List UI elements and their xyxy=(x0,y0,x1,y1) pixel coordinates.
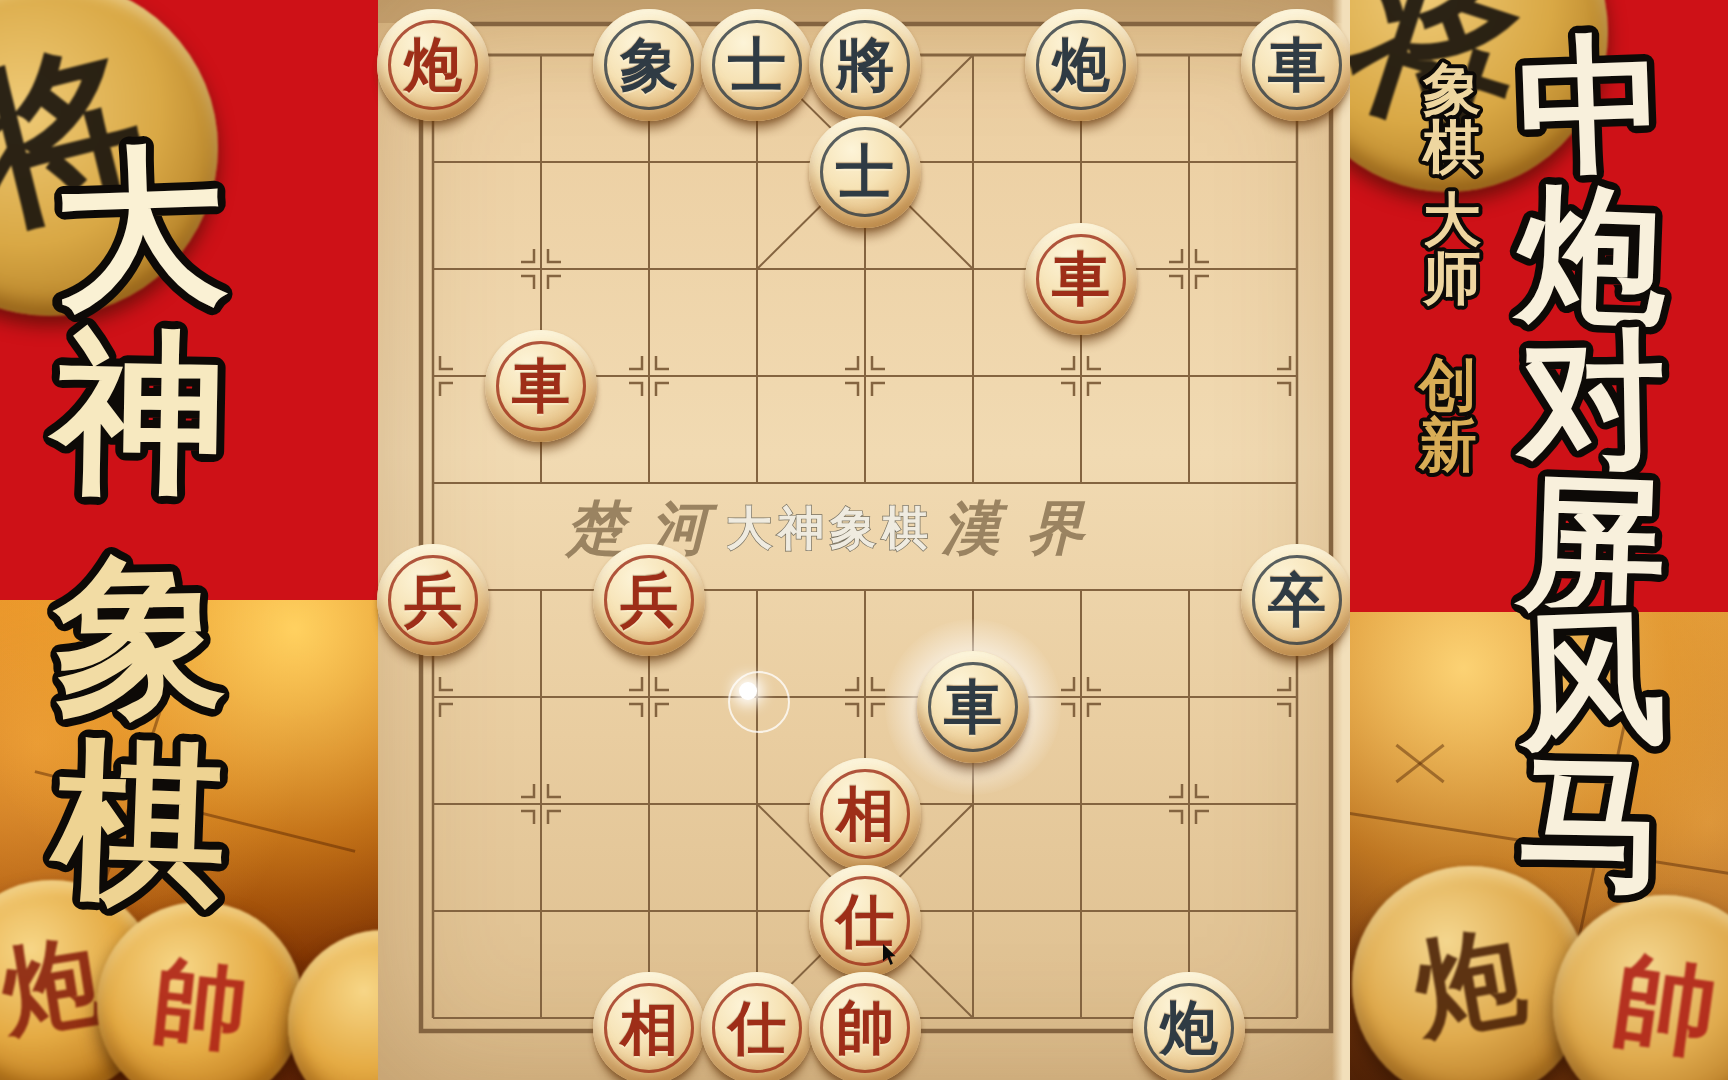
right-banner: 将 炮 帥 中炮对屏风马象棋大师创新 xyxy=(1350,0,1728,1080)
piece-red-g2[interactable]: 車 xyxy=(1025,223,1137,335)
piece-red-e8[interactable]: 仕 xyxy=(809,865,921,977)
svg-text:棋: 棋 xyxy=(1421,113,1481,181)
piece-black-e0[interactable]: 將 xyxy=(809,9,921,121)
svg-text:新: 新 xyxy=(1418,411,1477,479)
svg-text:创: 创 xyxy=(1417,351,1477,419)
piece-red-d9[interactable]: 仕 xyxy=(701,972,813,1080)
piece-red-a0[interactable]: 炮 xyxy=(377,9,489,121)
svg-text:大: 大 xyxy=(50,123,229,332)
piece-black-i5[interactable]: 卒 xyxy=(1241,544,1353,656)
river-text-right: 漢界 xyxy=(941,494,1110,562)
right-title: 中炮对屏风马象棋大师创新 xyxy=(1350,0,1728,1080)
piece-black-e1[interactable]: 士 xyxy=(809,116,921,228)
svg-text:马: 马 xyxy=(1516,735,1667,912)
piece-black-d0[interactable]: 士 xyxy=(701,9,813,121)
piece-red-c5[interactable]: 兵 xyxy=(593,544,705,656)
left-banner: 将 炮 帥 大神象棋 xyxy=(0,0,378,1080)
move-highlight-dot xyxy=(728,671,790,733)
left-title: 大神象棋 xyxy=(0,0,378,1080)
piece-red-b3[interactable]: 車 xyxy=(485,330,597,442)
xiangqi-board[interactable]: 楚河 漢界 大神象棋 炮象士將炮車士車車兵兵卒車相仕相仕帥炮 xyxy=(378,0,1350,1080)
board-watermark: 大神象棋 xyxy=(726,501,934,555)
svg-text:象: 象 xyxy=(50,533,228,739)
piece-red-e9[interactable]: 帥 xyxy=(809,972,921,1080)
piece-black-f6[interactable]: 車 xyxy=(917,651,1029,763)
piece-red-a5[interactable]: 兵 xyxy=(377,544,489,656)
piece-red-c9[interactable]: 相 xyxy=(593,972,705,1080)
piece-black-g0[interactable]: 炮 xyxy=(1025,9,1137,121)
svg-text:棋: 棋 xyxy=(47,717,230,926)
video-frame: 将 炮 帥 大神象棋 楚河 漢界 大神象棋 炮象士將炮車士車車兵兵卒車相仕相仕帥… xyxy=(0,0,1728,1080)
svg-text:神: 神 xyxy=(45,309,228,515)
piece-black-c0[interactable]: 象 xyxy=(593,9,705,121)
piece-red-e7[interactable]: 相 xyxy=(809,758,921,870)
svg-text:师: 师 xyxy=(1422,244,1481,312)
piece-black-h9[interactable]: 炮 xyxy=(1133,972,1245,1080)
piece-black-i0[interactable]: 車 xyxy=(1241,9,1353,121)
